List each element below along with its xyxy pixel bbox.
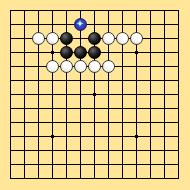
intersection-c5-r9[interactable] [73, 129, 87, 143]
intersection-c7-r10[interactable] [101, 143, 115, 157]
intersection-c3-r9[interactable] [45, 129, 59, 143]
intersection-c6-r9[interactable] [87, 129, 101, 143]
black-stone [60, 46, 73, 59]
white-stone [60, 60, 73, 73]
intersection-c4-r6[interactable] [59, 87, 73, 101]
intersection-c8-r12[interactable] [115, 171, 129, 185]
intersection-c11-r4[interactable] [157, 59, 171, 73]
intersection-c2-r6[interactable] [31, 87, 45, 101]
intersection-c12-r4[interactable] [171, 59, 185, 73]
intersection-c2-r1[interactable] [31, 17, 45, 31]
intersection-c9-r8[interactable] [129, 115, 143, 129]
intersection-c10-r12[interactable] [143, 171, 157, 185]
intersection-c12-r7[interactable] [171, 101, 185, 115]
intersection-c1-r7[interactable] [17, 101, 31, 115]
intersection-c7-r11[interactable] [101, 157, 115, 171]
intersection-c5-r6[interactable] [73, 87, 87, 101]
intersection-c6-r7[interactable] [87, 101, 101, 115]
marked-stone: ✦ [74, 18, 87, 31]
intersection-c5-r12[interactable] [73, 171, 87, 185]
intersection-c1-r1[interactable] [17, 17, 31, 31]
intersection-c9-r7[interactable] [129, 101, 143, 115]
intersection-c10-r10[interactable] [143, 143, 157, 157]
intersection-c11-r1[interactable] [157, 17, 171, 31]
intersection-c12-r11[interactable] [171, 157, 185, 171]
intersection-c5-r8[interactable] [73, 115, 87, 129]
intersection-c6-r12[interactable] [87, 171, 101, 185]
intersection-c11-r6[interactable] [157, 87, 171, 101]
intersection-c2-r10[interactable] [31, 143, 45, 157]
intersection-c10-r6[interactable] [143, 87, 157, 101]
intersection-c7-r3[interactable] [101, 45, 115, 59]
board-grid: ✦ [3, 3, 185, 185]
intersection-c4-r2[interactable] [59, 31, 73, 45]
intersection-c2-r4[interactable] [31, 59, 45, 73]
intersection-c0-r8[interactable] [3, 115, 17, 129]
intersection-c4-r7[interactable] [59, 101, 73, 115]
intersection-c9-r2[interactable] [129, 31, 143, 45]
intersection-c8-r10[interactable] [115, 143, 129, 157]
intersection-c4-r12[interactable] [59, 171, 73, 185]
intersection-c5-r7[interactable] [73, 101, 87, 115]
intersection-c6-r1[interactable] [87, 17, 101, 31]
intersection-c9-r9[interactable] [129, 129, 143, 143]
intersection-c6-r8[interactable] [87, 115, 101, 129]
intersection-c10-r3[interactable] [143, 45, 157, 59]
intersection-c10-r4[interactable] [143, 59, 157, 73]
intersection-c10-r1[interactable] [143, 17, 157, 31]
intersection-c5-r3[interactable] [73, 45, 87, 59]
intersection-c8-r4[interactable] [115, 59, 129, 73]
intersection-c12-r10[interactable] [171, 143, 185, 157]
intersection-c6-r11[interactable] [87, 157, 101, 171]
white-stone [46, 32, 59, 45]
white-stone [88, 60, 101, 73]
intersection-c5-r4[interactable] [73, 59, 87, 73]
intersection-c1-r11[interactable] [17, 157, 31, 171]
intersection-c2-r2[interactable] [31, 31, 45, 45]
intersection-c5-r1[interactable]: ✦ [73, 17, 87, 31]
intersection-c7-r9[interactable] [101, 129, 115, 143]
intersection-c10-r0[interactable] [143, 3, 157, 17]
intersection-c6-r5[interactable] [87, 73, 101, 87]
white-stone [32, 32, 45, 45]
intersection-c1-r8[interactable] [17, 115, 31, 129]
intersection-c9-r3[interactable] [129, 45, 143, 59]
white-stone [74, 60, 87, 73]
intersection-c5-r10[interactable] [73, 143, 87, 157]
intersection-c0-r9[interactable] [3, 129, 17, 143]
intersection-c1-r4[interactable] [17, 59, 31, 73]
intersection-c0-r4[interactable] [3, 59, 17, 73]
intersection-c3-r3[interactable] [45, 45, 59, 59]
intersection-c8-r5[interactable] [115, 73, 129, 87]
intersection-c2-r5[interactable] [31, 73, 45, 87]
black-stone [74, 46, 87, 59]
intersection-c2-r3[interactable] [31, 45, 45, 59]
intersection-c2-r0[interactable] [31, 3, 45, 17]
intersection-c3-r8[interactable] [45, 115, 59, 129]
intersection-c12-r1[interactable] [171, 17, 185, 31]
intersection-c4-r11[interactable] [59, 157, 73, 171]
intersection-c6-r3[interactable] [87, 45, 101, 59]
intersection-c10-r7[interactable] [143, 101, 157, 115]
white-stone [116, 32, 129, 45]
intersection-c0-r12[interactable] [3, 171, 17, 185]
intersection-c1-r3[interactable] [17, 45, 31, 59]
intersection-c9-r0[interactable] [129, 3, 143, 17]
intersection-c12-r9[interactable] [171, 129, 185, 143]
intersection-c7-r12[interactable] [101, 171, 115, 185]
intersection-c12-r3[interactable] [171, 45, 185, 59]
intersection-c7-r0[interactable] [101, 3, 115, 17]
intersection-c12-r8[interactable] [171, 115, 185, 129]
intersection-c8-r9[interactable] [115, 129, 129, 143]
intersection-c8-r0[interactable] [115, 3, 129, 17]
intersection-c3-r11[interactable] [45, 157, 59, 171]
intersection-c1-r0[interactable] [17, 3, 31, 17]
intersection-c7-r4[interactable] [101, 59, 115, 73]
black-stone [60, 32, 73, 45]
intersection-c3-r7[interactable] [45, 101, 59, 115]
intersection-c12-r12[interactable] [171, 171, 185, 185]
intersection-c7-r5[interactable] [101, 73, 115, 87]
intersection-c10-r8[interactable] [143, 115, 157, 129]
go-board: ✦ [0, 0, 190, 190]
intersection-c7-r8[interactable] [101, 115, 115, 129]
intersection-c8-r8[interactable] [115, 115, 129, 129]
intersection-c6-r0[interactable] [87, 3, 101, 17]
intersection-c4-r1[interactable] [59, 17, 73, 31]
intersection-c7-r2[interactable] [101, 31, 115, 45]
intersection-c2-r8[interactable] [31, 115, 45, 129]
intersection-c9-r6[interactable] [129, 87, 143, 101]
intersection-c3-r10[interactable] [45, 143, 59, 157]
intersection-c6-r10[interactable] [87, 143, 101, 157]
intersection-c0-r5[interactable] [3, 73, 17, 87]
intersection-c11-r5[interactable] [157, 73, 171, 87]
white-stone [130, 32, 143, 45]
intersection-c7-r1[interactable] [101, 17, 115, 31]
intersection-c0-r10[interactable] [3, 143, 17, 157]
intersection-c2-r7[interactable] [31, 101, 45, 115]
intersection-c11-r2[interactable] [157, 31, 171, 45]
intersection-c1-r9[interactable] [17, 129, 31, 143]
intersection-c3-r0[interactable] [45, 3, 59, 17]
intersection-c0-r7[interactable] [3, 101, 17, 115]
intersection-c9-r12[interactable] [129, 171, 143, 185]
intersection-c8-r1[interactable] [115, 17, 129, 31]
white-stone [102, 60, 115, 73]
intersection-c0-r3[interactable] [3, 45, 17, 59]
intersection-c12-r2[interactable] [171, 31, 185, 45]
intersection-c11-r8[interactable] [157, 115, 171, 129]
white-stone [102, 32, 115, 45]
intersection-c9-r1[interactable] [129, 17, 143, 31]
intersection-c11-r7[interactable] [157, 101, 171, 115]
intersection-c0-r11[interactable] [3, 157, 17, 171]
intersection-c10-r5[interactable] [143, 73, 157, 87]
intersection-c9-r10[interactable] [129, 143, 143, 157]
intersection-c5-r11[interactable] [73, 157, 87, 171]
intersection-c9-r11[interactable] [129, 157, 143, 171]
intersection-c7-r6[interactable] [101, 87, 115, 101]
intersection-c4-r8[interactable] [59, 115, 73, 129]
intersection-c4-r0[interactable] [59, 3, 73, 17]
intersection-c10-r2[interactable] [143, 31, 157, 45]
star-marker-core [79, 23, 81, 25]
intersection-c1-r10[interactable] [17, 143, 31, 157]
intersection-c0-r0[interactable] [3, 3, 17, 17]
intersection-c11-r9[interactable] [157, 129, 171, 143]
intersection-c10-r9[interactable] [143, 129, 157, 143]
intersection-c12-r6[interactable] [171, 87, 185, 101]
intersection-c11-r12[interactable] [157, 171, 171, 185]
intersection-c8-r11[interactable] [115, 157, 129, 171]
intersection-c4-r3[interactable] [59, 45, 73, 59]
intersection-c4-r4[interactable] [59, 59, 73, 73]
intersection-c11-r11[interactable] [157, 157, 171, 171]
intersection-c5-r5[interactable] [73, 73, 87, 87]
intersection-c5-r0[interactable] [73, 3, 87, 17]
intersection-c6-r6[interactable] [87, 87, 101, 101]
intersection-c11-r0[interactable] [157, 3, 171, 17]
intersection-c3-r12[interactable] [45, 171, 59, 185]
intersection-c12-r0[interactable] [171, 3, 185, 17]
intersection-c3-r6[interactable] [45, 87, 59, 101]
intersection-c0-r1[interactable] [3, 17, 17, 31]
intersection-c6-r4[interactable] [87, 59, 101, 73]
intersection-c1-r2[interactable] [17, 31, 31, 45]
intersection-c1-r5[interactable] [17, 73, 31, 87]
intersection-c9-r5[interactable] [129, 73, 143, 87]
intersection-c0-r2[interactable] [3, 31, 17, 45]
intersection-c1-r12[interactable] [17, 171, 31, 185]
intersection-c2-r11[interactable] [31, 157, 45, 171]
intersection-c1-r6[interactable] [17, 87, 31, 101]
intersection-c8-r2[interactable] [115, 31, 129, 45]
intersection-c3-r5[interactable] [45, 73, 59, 87]
intersection-c11-r3[interactable] [157, 45, 171, 59]
intersection-c3-r4[interactable] [45, 59, 59, 73]
white-stone [46, 60, 59, 73]
intersection-c5-r2[interactable] [73, 31, 87, 45]
intersection-c3-r2[interactable] [45, 31, 59, 45]
intersection-c4-r5[interactable] [59, 73, 73, 87]
intersection-c8-r7[interactable] [115, 101, 129, 115]
intersection-c8-r6[interactable] [115, 87, 129, 101]
intersection-c7-r7[interactable] [101, 101, 115, 115]
intersection-c4-r10[interactable] [59, 143, 73, 157]
intersection-c4-r9[interactable] [59, 129, 73, 143]
intersection-c6-r2[interactable] [87, 31, 101, 45]
black-stone [88, 46, 101, 59]
intersection-c2-r9[interactable] [31, 129, 45, 143]
intersection-c8-r3[interactable] [115, 45, 129, 59]
intersection-c9-r4[interactable] [129, 59, 143, 73]
intersection-c12-r5[interactable] [171, 73, 185, 87]
black-stone [88, 32, 101, 45]
intersection-c2-r12[interactable] [31, 171, 45, 185]
intersection-c10-r11[interactable] [143, 157, 157, 171]
intersection-c11-r10[interactable] [157, 143, 171, 157]
intersection-c3-r1[interactable] [45, 17, 59, 31]
intersection-c0-r6[interactable] [3, 87, 17, 101]
